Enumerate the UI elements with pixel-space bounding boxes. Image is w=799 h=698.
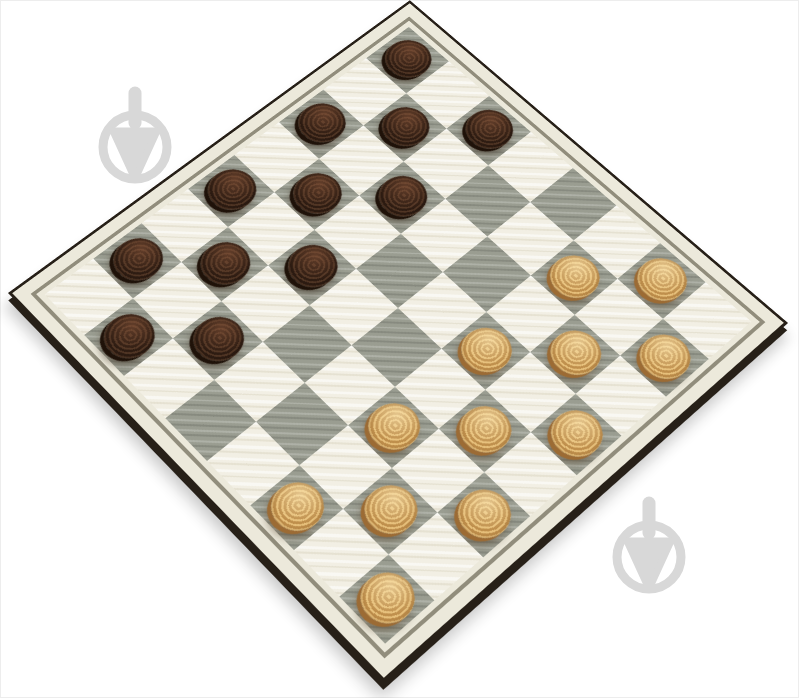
board-face xyxy=(45,27,752,644)
board-tilt-wrapper xyxy=(112,22,685,595)
board-frame xyxy=(31,17,766,659)
checkers-board xyxy=(8,0,788,682)
product-photo-canvas xyxy=(0,0,799,698)
